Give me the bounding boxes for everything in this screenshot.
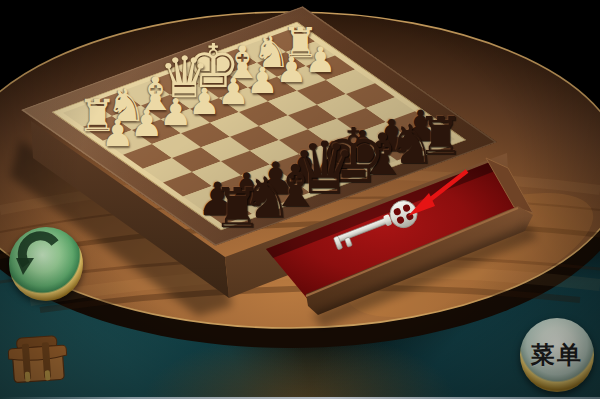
chess-piece-wP[interactable]: ♟ [159, 94, 192, 131]
rotate-ccw-arrow-icon [9, 227, 83, 301]
menu-button[interactable]: 菜单 [520, 318, 594, 392]
chess-piece-wP[interactable]: ♟ [130, 105, 163, 142]
chess-piece-wP[interactable]: ♟ [217, 74, 249, 110]
undo-button[interactable] [9, 227, 83, 301]
menu-button-label: 菜单 [531, 339, 583, 371]
chess-piece-wP[interactable]: ♟ [276, 53, 307, 88]
inventory-bag-button[interactable] [6, 331, 70, 393]
chess-piece-wP[interactable]: ♟ [246, 63, 278, 99]
chess-piece-bR[interactable]: ♜ [213, 181, 262, 236]
chess-piece-wP[interactable]: ♟ [305, 43, 336, 78]
chess-piece-wP[interactable]: ♟ [188, 84, 220, 120]
chess-piece-wP[interactable]: ♟ [101, 115, 134, 152]
leather-satchel-icon [6, 331, 70, 389]
game-scene: ♜♞♝♛♚♝♞♜♟♟♟♟♟♟♟♟♟♟♟♟♟♟♟♟♜♞♝♛♚♝♞♜ 菜单 [0, 0, 600, 399]
